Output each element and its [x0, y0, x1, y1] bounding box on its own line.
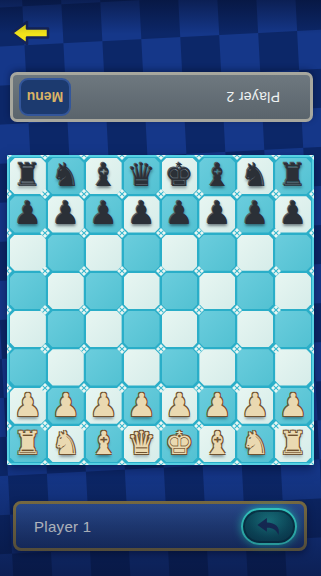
- piece-black-knight: ♞: [51, 159, 80, 191]
- square-e6[interactable]: [162, 235, 198, 271]
- square-b2[interactable]: ♟: [48, 388, 84, 424]
- square-h4[interactable]: [275, 311, 311, 347]
- square-b3[interactable]: [48, 349, 84, 385]
- back-arrow-icon: [9, 18, 51, 48]
- square-g1[interactable]: ♞: [237, 426, 273, 462]
- square-a1[interactable]: ♜: [10, 426, 46, 462]
- square-c4[interactable]: [86, 311, 122, 347]
- piece-white-pawn: ♟: [51, 389, 80, 421]
- square-e2[interactable]: ♟: [162, 388, 198, 424]
- square-c7[interactable]: ♟: [86, 196, 122, 232]
- piece-black-knight: ♞: [241, 159, 270, 191]
- square-f1[interactable]: ♝: [199, 426, 235, 462]
- square-f2[interactable]: ♟: [199, 388, 235, 424]
- piece-white-knight: ♞: [51, 427, 80, 459]
- square-e8[interactable]: ♚: [162, 158, 198, 194]
- square-c5[interactable]: [86, 273, 122, 309]
- square-b1[interactable]: ♞: [48, 426, 84, 462]
- square-a8[interactable]: ♜: [10, 158, 46, 194]
- square-a2[interactable]: ♟: [10, 388, 46, 424]
- piece-white-pawn: ♟: [279, 389, 308, 421]
- square-c1[interactable]: ♝: [86, 426, 122, 462]
- piece-black-pawn: ♟: [241, 197, 270, 229]
- piece-black-rook: ♜: [14, 159, 43, 191]
- square-f3[interactable]: [199, 349, 235, 385]
- square-c8[interactable]: ♝: [86, 158, 122, 194]
- square-c6[interactable]: [86, 235, 122, 271]
- piece-white-queen: ♛: [127, 427, 156, 459]
- piece-white-pawn: ♟: [127, 389, 156, 421]
- piece-black-pawn: ♟: [165, 197, 194, 229]
- piece-black-king: ♚: [165, 159, 194, 191]
- square-a4[interactable]: [10, 311, 46, 347]
- square-d2[interactable]: ♟: [124, 388, 160, 424]
- square-h1[interactable]: ♜: [275, 426, 311, 462]
- piece-white-king: ♚: [165, 427, 194, 459]
- square-d8[interactable]: ♛: [124, 158, 160, 194]
- square-e3[interactable]: [162, 349, 198, 385]
- piece-black-bishop: ♝: [89, 159, 118, 191]
- square-e7[interactable]: ♟: [162, 196, 198, 232]
- square-b5[interactable]: [48, 273, 84, 309]
- square-b7[interactable]: ♟: [48, 196, 84, 232]
- square-g8[interactable]: ♞: [237, 158, 273, 194]
- menu-button[interactable]: Menu: [19, 78, 71, 116]
- chess-board: ♜♞♝♛♚♝♞♜♟♟♟♟♟♟♟♟♟♟♟♟♟♟♟♟♜♞♝♛♚♝♞♜: [7, 155, 314, 465]
- piece-white-pawn: ♟: [241, 389, 270, 421]
- square-a7[interactable]: ♟: [10, 196, 46, 232]
- square-d6[interactable]: [124, 235, 160, 271]
- square-e4[interactable]: [162, 311, 198, 347]
- square-g5[interactable]: [237, 273, 273, 309]
- square-c3[interactable]: [86, 349, 122, 385]
- undo-arrow-icon: [256, 517, 282, 536]
- square-d1[interactable]: ♛: [124, 426, 160, 462]
- square-a6[interactable]: [10, 235, 46, 271]
- square-e5[interactable]: [162, 273, 198, 309]
- back-button[interactable]: [9, 18, 51, 48]
- piece-black-pawn: ♟: [51, 197, 80, 229]
- square-a5[interactable]: [10, 273, 46, 309]
- square-f7[interactable]: ♟: [199, 196, 235, 232]
- square-h7[interactable]: ♟: [275, 196, 311, 232]
- square-g2[interactable]: ♟: [237, 388, 273, 424]
- square-a3[interactable]: [10, 349, 46, 385]
- square-h5[interactable]: [275, 273, 311, 309]
- square-g6[interactable]: [237, 235, 273, 271]
- square-g4[interactable]: [237, 311, 273, 347]
- piece-white-bishop: ♝: [89, 427, 118, 459]
- piece-white-rook: ♜: [279, 427, 308, 459]
- square-d5[interactable]: [124, 273, 160, 309]
- square-d3[interactable]: [124, 349, 160, 385]
- undo-button[interactable]: [241, 508, 297, 545]
- square-d4[interactable]: [124, 311, 160, 347]
- piece-white-pawn: ♟: [14, 389, 43, 421]
- player2-bar: Player 2 Menu: [10, 72, 313, 122]
- menu-button-label: Menu: [27, 89, 64, 105]
- piece-black-pawn: ♟: [203, 197, 232, 229]
- piece-black-pawn: ♟: [279, 197, 308, 229]
- piece-white-pawn: ♟: [89, 389, 118, 421]
- piece-black-pawn: ♟: [127, 197, 156, 229]
- app-screen: Player 2 Menu ♜♞♝♛♚♝♞♜♟♟♟♟♟♟♟♟♟♟♟♟♟♟♟♟♜♞…: [0, 0, 321, 576]
- piece-white-bishop: ♝: [203, 427, 232, 459]
- piece-black-rook: ♜: [279, 159, 308, 191]
- square-f6[interactable]: [199, 235, 235, 271]
- player1-bar: Player 1: [13, 501, 307, 551]
- square-b4[interactable]: [48, 311, 84, 347]
- piece-black-pawn: ♟: [89, 197, 118, 229]
- square-h8[interactable]: ♜: [275, 158, 311, 194]
- piece-black-queen: ♛: [127, 159, 156, 191]
- piece-white-pawn: ♟: [203, 389, 232, 421]
- square-f8[interactable]: ♝: [199, 158, 235, 194]
- piece-black-pawn: ♟: [14, 197, 43, 229]
- square-g7[interactable]: ♟: [237, 196, 273, 232]
- square-f5[interactable]: [199, 273, 235, 309]
- piece-white-rook: ♜: [14, 427, 43, 459]
- piece-white-knight: ♞: [241, 427, 270, 459]
- square-b6[interactable]: [48, 235, 84, 271]
- square-h2[interactable]: ♟: [275, 388, 311, 424]
- piece-white-pawn: ♟: [165, 389, 194, 421]
- piece-black-bishop: ♝: [203, 159, 232, 191]
- square-h6[interactable]: [275, 235, 311, 271]
- square-h3[interactable]: [275, 349, 311, 385]
- square-e1[interactable]: ♚: [162, 426, 198, 462]
- square-c2[interactable]: ♟: [86, 388, 122, 424]
- player2-name: Player 2: [226, 89, 280, 105]
- square-d7[interactable]: ♟: [124, 196, 160, 232]
- square-f4[interactable]: [199, 311, 235, 347]
- player1-name: Player 1: [34, 518, 91, 535]
- square-g3[interactable]: [237, 349, 273, 385]
- square-b8[interactable]: ♞: [48, 158, 84, 194]
